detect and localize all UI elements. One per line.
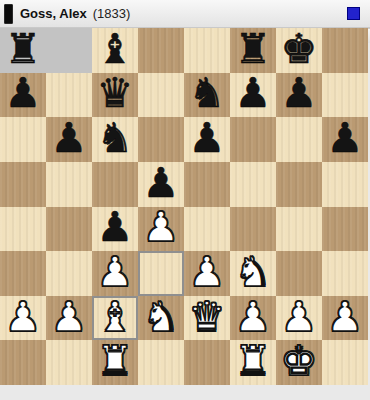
- square-d1[interactable]: [138, 340, 184, 385]
- piece-white-queen[interactable]: ♛: [189, 297, 226, 338]
- square-c4[interactable]: ♟: [92, 207, 138, 252]
- square-f5[interactable]: [230, 162, 276, 207]
- square-h5[interactable]: [322, 162, 368, 207]
- piece-black-pawn[interactable]: ♟: [327, 118, 364, 159]
- square-e6[interactable]: ♟: [184, 117, 230, 162]
- square-h7[interactable]: [322, 73, 368, 118]
- square-a8[interactable]: ♜: [0, 28, 46, 73]
- square-g7[interactable]: ♟: [276, 73, 322, 118]
- square-e3[interactable]: ♟: [184, 251, 230, 296]
- piece-black-queen[interactable]: ♛: [97, 73, 134, 114]
- piece-white-rook[interactable]: ♜: [97, 341, 134, 382]
- square-g1[interactable]: ♚: [276, 340, 322, 385]
- piece-black-king[interactable]: ♚: [281, 29, 318, 70]
- square-f2[interactable]: ♟: [230, 296, 276, 341]
- square-f7[interactable]: ♟: [230, 73, 276, 118]
- piece-black-bishop[interactable]: ♝: [97, 29, 134, 70]
- square-c7[interactable]: ♛: [92, 73, 138, 118]
- square-b5[interactable]: [46, 162, 92, 207]
- square-b6[interactable]: ♟: [46, 117, 92, 162]
- square-e8[interactable]: [184, 28, 230, 73]
- piece-white-pawn[interactable]: ♟: [281, 297, 318, 338]
- square-b7[interactable]: [46, 73, 92, 118]
- square-f1[interactable]: ♜: [230, 340, 276, 385]
- square-h1[interactable]: [322, 340, 368, 385]
- square-d7[interactable]: [138, 73, 184, 118]
- square-a2[interactable]: ♟: [0, 296, 46, 341]
- piece-white-bishop[interactable]: ♝: [97, 297, 134, 338]
- piece-white-pawn[interactable]: ♟: [97, 252, 134, 293]
- square-f6[interactable]: [230, 117, 276, 162]
- square-d3[interactable]: [138, 251, 184, 296]
- top-player-name: Goss, Alex: [20, 6, 87, 21]
- square-d4[interactable]: ♟: [138, 207, 184, 252]
- piece-black-pawn[interactable]: ♟: [143, 163, 180, 204]
- square-a4[interactable]: [0, 207, 46, 252]
- square-g6[interactable]: [276, 117, 322, 162]
- square-c6[interactable]: ♞: [92, 117, 138, 162]
- piece-white-rook[interactable]: ♜: [235, 341, 272, 382]
- square-b3[interactable]: [46, 251, 92, 296]
- black-color-icon: [4, 4, 13, 24]
- piece-black-pawn[interactable]: ♟: [235, 73, 272, 114]
- piece-white-pawn[interactable]: ♟: [5, 297, 42, 338]
- piece-black-pawn[interactable]: ♟: [5, 73, 42, 114]
- square-e2[interactable]: ♛: [184, 296, 230, 341]
- square-h2[interactable]: ♟: [322, 296, 368, 341]
- square-g4[interactable]: [276, 207, 322, 252]
- square-a7[interactable]: ♟: [0, 73, 46, 118]
- square-c2[interactable]: ♝: [92, 296, 138, 341]
- piece-black-knight[interactable]: ♞: [97, 118, 134, 159]
- square-e7[interactable]: ♞: [184, 73, 230, 118]
- piece-white-knight[interactable]: ♞: [143, 297, 180, 338]
- piece-black-pawn[interactable]: ♟: [189, 118, 226, 159]
- square-c1[interactable]: ♜: [92, 340, 138, 385]
- square-b8[interactable]: [46, 28, 92, 73]
- piece-white-pawn[interactable]: ♟: [143, 207, 180, 248]
- square-c8[interactable]: ♝: [92, 28, 138, 73]
- square-b2[interactable]: ♟: [46, 296, 92, 341]
- square-f8[interactable]: ♜: [230, 28, 276, 73]
- square-d2[interactable]: ♞: [138, 296, 184, 341]
- piece-white-pawn[interactable]: ♟: [51, 297, 88, 338]
- board-area: ♜♝♜♚♟♛♞♟♟♟♞♟♟♟♟♟♟♟♞♟♟♝♞♛♟♟♟♜♜♚: [0, 28, 370, 385]
- square-e5[interactable]: [184, 162, 230, 207]
- square-g5[interactable]: [276, 162, 322, 207]
- piece-white-pawn[interactable]: ♟: [235, 297, 272, 338]
- square-c3[interactable]: ♟: [92, 251, 138, 296]
- top-player-bar: Goss, Alex (1833): [0, 0, 370, 28]
- square-a6[interactable]: [0, 117, 46, 162]
- square-a5[interactable]: [0, 162, 46, 207]
- piece-black-rook[interactable]: ♜: [5, 29, 42, 70]
- top-player-rating: (1833): [93, 6, 131, 21]
- square-e1[interactable]: [184, 340, 230, 385]
- square-a1[interactable]: [0, 340, 46, 385]
- square-h4[interactable]: [322, 207, 368, 252]
- piece-white-knight[interactable]: ♞: [235, 252, 272, 293]
- square-b4[interactable]: [46, 207, 92, 252]
- square-d5[interactable]: ♟: [138, 162, 184, 207]
- square-h8[interactable]: [322, 28, 368, 73]
- square-e4[interactable]: [184, 207, 230, 252]
- piece-white-king[interactable]: ♚: [281, 341, 318, 382]
- piece-white-pawn[interactable]: ♟: [189, 252, 226, 293]
- status-indicator-icon: [347, 7, 360, 20]
- square-f4[interactable]: [230, 207, 276, 252]
- square-a3[interactable]: [0, 251, 46, 296]
- piece-black-pawn[interactable]: ♟: [97, 207, 134, 248]
- square-c5[interactable]: [92, 162, 138, 207]
- square-g3[interactable]: [276, 251, 322, 296]
- square-b1[interactable]: [46, 340, 92, 385]
- piece-black-pawn[interactable]: ♟: [51, 118, 88, 159]
- square-h3[interactable]: [322, 251, 368, 296]
- chess-board: ♜♝♜♚♟♛♞♟♟♟♞♟♟♟♟♟♟♟♞♟♟♝♞♛♟♟♟♜♜♚: [0, 28, 368, 385]
- square-g2[interactable]: ♟: [276, 296, 322, 341]
- square-d6[interactable]: [138, 117, 184, 162]
- piece-white-pawn[interactable]: ♟: [327, 297, 364, 338]
- square-f3[interactable]: ♞: [230, 251, 276, 296]
- piece-black-rook[interactable]: ♜: [235, 29, 272, 70]
- square-d8[interactable]: [138, 28, 184, 73]
- piece-black-knight[interactable]: ♞: [189, 73, 226, 114]
- square-h6[interactable]: ♟: [322, 117, 368, 162]
- piece-black-pawn[interactable]: ♟: [281, 73, 318, 114]
- square-g8[interactable]: ♚: [276, 28, 322, 73]
